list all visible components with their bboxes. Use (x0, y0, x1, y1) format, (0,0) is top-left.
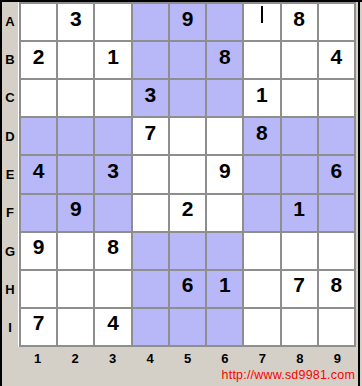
cell-digit: 9 (219, 160, 231, 181)
board-area: ABCDEFGHI 39821843178439692198617874 (2, 2, 362, 347)
sudoku-cell-C5[interactable] (170, 80, 205, 116)
sudoku-cell-E6[interactable]: 9 (207, 156, 242, 192)
sudoku-cell-I2[interactable] (58, 309, 93, 345)
row-label-E: E (2, 155, 18, 193)
cell-digit: 1 (293, 198, 305, 219)
sudoku-cell-D7[interactable]: 8 (244, 118, 279, 154)
sudoku-cell-I6[interactable] (207, 309, 242, 345)
sudoku-cell-G7[interactable] (244, 233, 279, 269)
row-label-F: F (2, 194, 18, 232)
cell-digit: 8 (219, 46, 231, 67)
sudoku-cell-F4[interactable] (133, 195, 168, 231)
column-label-3: 3 (94, 351, 131, 366)
sudoku-cell-F8[interactable]: 1 (282, 195, 317, 231)
sudoku-cell-A1[interactable] (21, 4, 56, 40)
sudoku-cell-I4[interactable] (133, 309, 168, 345)
sudoku-cell-F2[interactable]: 9 (58, 195, 93, 231)
sudoku-cell-A3[interactable] (95, 4, 130, 40)
column-label-9: 9 (319, 351, 356, 366)
sudoku-cell-C2[interactable] (58, 80, 93, 116)
sudoku-cell-B4[interactable] (133, 42, 168, 78)
sudoku-cell-H4[interactable] (133, 271, 168, 307)
sudoku-cell-F9[interactable] (319, 195, 354, 231)
sudoku-cell-H6[interactable]: 1 (207, 271, 242, 307)
cell-digit: 2 (33, 46, 45, 67)
sudoku-cell-D3[interactable] (95, 118, 130, 154)
sudoku-cell-H3[interactable] (95, 271, 130, 307)
cell-digit: 1 (107, 46, 119, 67)
website-url-text: http://www.sd9981.com (222, 368, 355, 382)
row-label-G: G (2, 232, 18, 270)
cell-digit: 3 (107, 160, 119, 181)
sudoku-cell-H7[interactable] (244, 271, 279, 307)
cell-digit: 8 (256, 122, 268, 143)
sudoku-cell-A5[interactable]: 9 (170, 4, 205, 40)
sudoku-grid: 39821843178439692198617874 (19, 2, 356, 347)
sudoku-cell-F7[interactable] (244, 195, 279, 231)
sudoku-cell-B8[interactable] (282, 42, 317, 78)
sudoku-cell-I9[interactable] (319, 309, 354, 345)
sudoku-cell-C7[interactable]: 1 (244, 80, 279, 116)
sudoku-cell-B6[interactable]: 8 (207, 42, 242, 78)
sudoku-cell-F5[interactable]: 2 (170, 195, 205, 231)
cell-digit: 8 (331, 274, 343, 295)
sudoku-cell-B9[interactable]: 4 (319, 42, 354, 78)
sudoku-cell-E3[interactable]: 3 (95, 156, 130, 192)
sudoku-cell-B5[interactable] (170, 42, 205, 78)
sudoku-cell-B3[interactable]: 1 (95, 42, 130, 78)
cell-digit: 4 (107, 312, 119, 333)
row-label-B: B (2, 40, 18, 78)
sudoku-cell-E2[interactable] (58, 156, 93, 192)
sudoku-cell-C9[interactable] (319, 80, 354, 116)
column-label-4: 4 (131, 351, 168, 366)
sudoku-cell-A9[interactable] (319, 4, 354, 40)
sudoku-cell-D1[interactable] (21, 118, 56, 154)
sudoku-cell-C3[interactable] (95, 80, 130, 116)
sudoku-cell-E7[interactable] (244, 156, 279, 192)
sudoku-cell-I1[interactable]: 7 (21, 309, 56, 345)
cell-digit: 6 (182, 274, 194, 295)
column-label-5: 5 (169, 351, 206, 366)
sudoku-cell-E4[interactable] (133, 156, 168, 192)
sudoku-cell-E8[interactable] (282, 156, 317, 192)
cell-digit: 2 (182, 198, 194, 219)
row-label-I: I (2, 309, 18, 347)
cell-digit: 8 (107, 236, 119, 257)
sudoku-cell-E1[interactable]: 4 (21, 156, 56, 192)
cell-digit: 9 (33, 236, 45, 257)
sudoku-cell-H5[interactable]: 6 (170, 271, 205, 307)
cell-digit: 4 (33, 160, 45, 181)
cell-digit: 9 (70, 198, 82, 219)
sudoku-cell-G5[interactable] (170, 233, 205, 269)
sudoku-cell-D2[interactable] (58, 118, 93, 154)
sudoku-cell-C6[interactable] (207, 80, 242, 116)
text-cursor (261, 6, 263, 23)
sudoku-cell-C1[interactable] (21, 80, 56, 116)
sudoku-cell-I3[interactable]: 4 (95, 309, 130, 345)
bottom-strip: 123456789 http://www.sd9981.com (2, 347, 362, 386)
sudoku-cell-G1[interactable]: 9 (21, 233, 56, 269)
sudoku-cell-A8[interactable]: 8 (282, 4, 317, 40)
sudoku-cell-B7[interactable] (244, 42, 279, 78)
column-label-7: 7 (244, 351, 281, 366)
column-label-6: 6 (206, 351, 243, 366)
cell-digit: 7 (293, 274, 305, 295)
sudoku-cell-H9[interactable]: 8 (319, 271, 354, 307)
sudoku-cell-I5[interactable] (170, 309, 205, 345)
sudoku-cell-D6[interactable] (207, 118, 242, 154)
sudoku-cell-G9[interactable] (319, 233, 354, 269)
cell-digit: 4 (331, 46, 343, 67)
column-label-strip: 123456789 (19, 347, 356, 366)
sudoku-cell-G2[interactable] (58, 233, 93, 269)
cell-digit: 3 (144, 84, 156, 105)
sudoku-cell-A7[interactable] (244, 4, 279, 40)
sudoku-cell-G6[interactable] (207, 233, 242, 269)
cell-digit: 9 (182, 8, 194, 29)
sudoku-cell-A6[interactable] (207, 4, 242, 40)
sudoku-cell-D5[interactable] (170, 118, 205, 154)
sudoku-cell-A2[interactable]: 3 (58, 4, 93, 40)
sudoku-cell-C8[interactable] (282, 80, 317, 116)
column-label-8: 8 (281, 351, 318, 366)
cell-digit: 3 (70, 8, 82, 29)
sudoku-cell-I8[interactable] (282, 309, 317, 345)
sudoku-cell-F1[interactable] (21, 195, 56, 231)
column-label-1: 1 (19, 351, 56, 366)
sudoku-cell-D4[interactable]: 7 (133, 118, 168, 154)
row-label-H: H (2, 270, 18, 308)
sudoku-cell-G3[interactable]: 8 (95, 233, 130, 269)
window-right-frame (358, 2, 360, 386)
sudoku-cell-E5[interactable] (170, 156, 205, 192)
sudoku-cell-F3[interactable] (95, 195, 130, 231)
sudoku-cell-D8[interactable] (282, 118, 317, 154)
sudoku-cell-I7[interactable] (244, 309, 279, 345)
sudoku-cell-G4[interactable] (133, 233, 168, 269)
sudoku-cell-H8[interactable]: 7 (282, 271, 317, 307)
row-label-D: D (2, 117, 18, 155)
sudoku-cell-H2[interactable] (58, 271, 93, 307)
sudoku-cell-F6[interactable] (207, 195, 242, 231)
cell-digit: 1 (219, 274, 231, 295)
cell-digit: 7 (33, 312, 45, 333)
cell-digit: 1 (256, 84, 268, 105)
cell-digit: 7 (144, 122, 156, 143)
sudoku-app-window: ABCDEFGHI 39821843178439692198617874 123… (0, 0, 362, 386)
sudoku-cell-E9[interactable]: 6 (319, 156, 354, 192)
sudoku-cell-C4[interactable]: 3 (133, 80, 168, 116)
sudoku-cell-H1[interactable] (21, 271, 56, 307)
sudoku-cell-B1[interactable]: 2 (21, 42, 56, 78)
row-label-strip: ABCDEFGHI (2, 2, 19, 347)
cell-digit: 8 (293, 8, 305, 29)
sudoku-cell-D9[interactable] (319, 118, 354, 154)
column-label-2: 2 (56, 351, 93, 366)
row-label-C: C (2, 79, 18, 117)
sudoku-cell-B2[interactable] (58, 42, 93, 78)
cell-digit: 6 (331, 160, 343, 181)
sudoku-cell-G8[interactable] (282, 233, 317, 269)
row-label-A: A (2, 2, 18, 40)
sudoku-cell-A4[interactable] (133, 4, 168, 40)
